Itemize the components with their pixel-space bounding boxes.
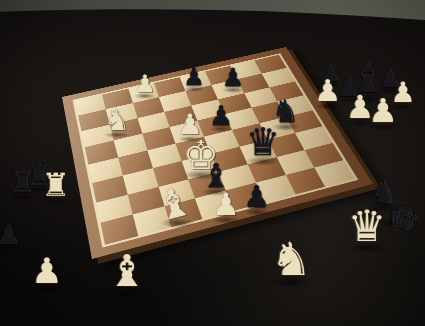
photo-scene: ♟♟♟♟♟♝♟♟♟♟♞♟♟♞♟♛♚♜♝♜♜♞♟♟♝♚♟♛♞♟♝ xyxy=(0,0,425,326)
